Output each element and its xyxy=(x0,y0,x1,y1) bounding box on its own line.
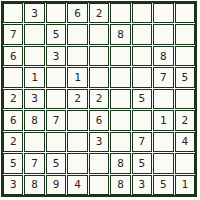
cell-r3c4[interactable] xyxy=(67,46,87,66)
cell-r2c1[interactable]: 7 xyxy=(3,24,23,44)
cell-r2c4[interactable] xyxy=(67,24,87,44)
cell-r4c3[interactable] xyxy=(46,67,66,87)
cell-r5c1[interactable]: 2 xyxy=(3,89,23,109)
cell-r8c7[interactable]: 5 xyxy=(132,153,152,173)
cell-r7c4[interactable] xyxy=(67,132,87,152)
cell-r3c1[interactable]: 6 xyxy=(3,46,23,66)
cell-r7c5[interactable]: 3 xyxy=(89,132,109,152)
cell-r9c8[interactable]: 5 xyxy=(153,175,173,195)
cell-r7c7[interactable]: 7 xyxy=(132,132,152,152)
cell-r1c9[interactable] xyxy=(175,3,195,23)
cell-r3c8[interactable]: 8 xyxy=(153,46,173,66)
cell-r6c4[interactable] xyxy=(67,110,87,130)
cell-r9c9[interactable]: 1 xyxy=(175,175,195,195)
cell-r2c7[interactable] xyxy=(132,24,152,44)
cell-r6c6[interactable] xyxy=(110,110,130,130)
cell-r9c6[interactable]: 8 xyxy=(110,175,130,195)
cell-r7c1[interactable]: 2 xyxy=(3,132,23,152)
cell-r2c8[interactable] xyxy=(153,24,173,44)
cell-r2c6[interactable]: 8 xyxy=(110,24,130,44)
cell-r5c8[interactable] xyxy=(153,89,173,109)
cell-r3c9[interactable] xyxy=(175,46,195,66)
cell-r3c5[interactable] xyxy=(89,46,109,66)
cell-r1c6[interactable] xyxy=(110,3,130,23)
cell-r4c1[interactable] xyxy=(3,67,23,87)
cell-r5c7[interactable]: 5 xyxy=(132,89,152,109)
cell-r1c5[interactable]: 2 xyxy=(89,3,109,23)
cell-r1c7[interactable] xyxy=(132,3,152,23)
cell-r3c3[interactable]: 3 xyxy=(46,46,66,66)
cell-r6c9[interactable]: 2 xyxy=(175,110,195,130)
cell-r1c3[interactable] xyxy=(46,3,66,23)
cell-r1c8[interactable] xyxy=(153,3,173,23)
cell-r9c5[interactable] xyxy=(89,175,109,195)
cell-r8c2[interactable]: 7 xyxy=(24,153,44,173)
cell-r2c9[interactable] xyxy=(175,24,195,44)
cell-r6c7[interactable] xyxy=(132,110,152,130)
cell-r4c9[interactable]: 5 xyxy=(175,67,195,87)
cell-r9c7[interactable]: 3 xyxy=(132,175,152,195)
cell-r4c7[interactable] xyxy=(132,67,152,87)
cell-r7c9[interactable]: 4 xyxy=(175,132,195,152)
cell-r7c6[interactable] xyxy=(110,132,130,152)
cell-r6c1[interactable]: 6 xyxy=(3,110,23,130)
cell-r9c1[interactable]: 3 xyxy=(3,175,23,195)
cell-r4c2[interactable]: 1 xyxy=(24,67,44,87)
cell-r8c8[interactable] xyxy=(153,153,173,173)
cell-r6c8[interactable]: 1 xyxy=(153,110,173,130)
cell-r9c4[interactable]: 4 xyxy=(67,175,87,195)
page-background: 3627586381175232256876122374575853894835… xyxy=(0,0,200,200)
cell-r6c5[interactable]: 6 xyxy=(89,110,109,130)
cell-r8c6[interactable]: 8 xyxy=(110,153,130,173)
cell-r1c1[interactable] xyxy=(3,3,23,23)
sudoku-board: 3627586381175232256876122374575853894835… xyxy=(1,1,197,197)
cell-r5c9[interactable] xyxy=(175,89,195,109)
cell-r8c3[interactable]: 5 xyxy=(46,153,66,173)
cell-r8c1[interactable]: 5 xyxy=(3,153,23,173)
cell-r5c3[interactable] xyxy=(46,89,66,109)
cell-r5c5[interactable]: 2 xyxy=(89,89,109,109)
cell-r5c4[interactable]: 2 xyxy=(67,89,87,109)
cell-r3c2[interactable] xyxy=(24,46,44,66)
cell-r4c5[interactable] xyxy=(89,67,109,87)
cell-r5c2[interactable]: 3 xyxy=(24,89,44,109)
cell-r4c4[interactable]: 1 xyxy=(67,67,87,87)
cell-r6c2[interactable]: 8 xyxy=(24,110,44,130)
cell-r4c6[interactable] xyxy=(110,67,130,87)
cell-r2c2[interactable] xyxy=(24,24,44,44)
cell-r1c2[interactable]: 3 xyxy=(24,3,44,23)
cell-r9c2[interactable]: 8 xyxy=(24,175,44,195)
cell-r4c8[interactable]: 7 xyxy=(153,67,173,87)
cell-r2c3[interactable]: 5 xyxy=(46,24,66,44)
cell-r3c6[interactable] xyxy=(110,46,130,66)
cell-r8c5[interactable] xyxy=(89,153,109,173)
cell-r3c7[interactable] xyxy=(132,46,152,66)
cell-r7c2[interactable] xyxy=(24,132,44,152)
cell-r5c6[interactable] xyxy=(110,89,130,109)
cell-r8c9[interactable] xyxy=(175,153,195,173)
cell-r2c5[interactable] xyxy=(89,24,109,44)
cell-r8c4[interactable] xyxy=(67,153,87,173)
cell-r6c3[interactable]: 7 xyxy=(46,110,66,130)
cell-r9c3[interactable]: 9 xyxy=(46,175,66,195)
cell-r7c8[interactable] xyxy=(153,132,173,152)
cell-r7c3[interactable] xyxy=(46,132,66,152)
cell-r1c4[interactable]: 6 xyxy=(67,3,87,23)
